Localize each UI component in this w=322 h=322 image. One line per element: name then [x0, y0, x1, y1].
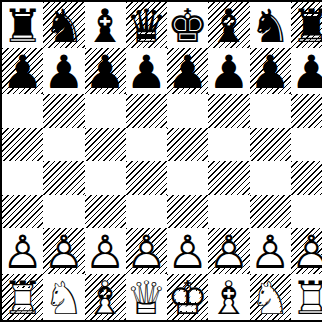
white-rook[interactable]: ♖ — [291, 275, 322, 321]
square-b3[interactable] — [43, 195, 84, 229]
black-knight[interactable]: ♞ — [43, 3, 84, 49]
black-pawn[interactable]: ♟ — [2, 49, 43, 95]
black-pawn[interactable]: ♟ — [208, 49, 249, 95]
square-e5[interactable] — [167, 128, 208, 162]
square-b4[interactable] — [43, 161, 84, 195]
black-rook[interactable]: ♜ — [291, 3, 322, 49]
square-e4[interactable] — [167, 161, 208, 195]
black-pawn[interactable]: ♟ — [250, 49, 291, 95]
square-b7[interactable]: ♟ — [43, 48, 84, 94]
square-e3[interactable] — [167, 195, 208, 229]
black-pawn[interactable]: ♟ — [126, 49, 167, 95]
white-pawn[interactable]: ♙ — [250, 229, 291, 275]
white-pawn[interactable]: ♙ — [2, 229, 43, 275]
black-rook[interactable]: ♜ — [2, 3, 43, 49]
square-e2[interactable]: ♙ — [167, 228, 208, 274]
square-a8[interactable]: ♜ — [2, 2, 43, 48]
square-c8[interactable]: ♝ — [85, 2, 126, 48]
square-d7[interactable]: ♟ — [126, 48, 167, 94]
square-f8[interactable]: ♝ — [208, 2, 249, 48]
white-pawn[interactable]: ♙ — [43, 229, 84, 275]
square-c4[interactable] — [85, 161, 126, 195]
black-queen[interactable]: ♛ — [126, 3, 167, 49]
black-pawn[interactable]: ♟ — [43, 49, 84, 95]
black-pawn[interactable]: ♟ — [167, 49, 208, 95]
square-a6[interactable] — [2, 94, 43, 128]
square-b2[interactable]: ♙ — [43, 228, 84, 274]
white-queen[interactable]: ♕ — [126, 275, 167, 321]
square-d6[interactable] — [126, 94, 167, 128]
square-d2[interactable]: ♙ — [126, 228, 167, 274]
square-g8[interactable]: ♞ — [250, 2, 291, 48]
square-c7[interactable]: ♟ — [85, 48, 126, 94]
square-b5[interactable] — [43, 128, 84, 162]
square-g7[interactable]: ♟ — [250, 48, 291, 94]
square-f6[interactable] — [208, 94, 249, 128]
square-c6[interactable] — [85, 94, 126, 128]
black-bishop[interactable]: ♝ — [208, 3, 249, 49]
square-b8[interactable]: ♞ — [43, 2, 84, 48]
square-g5[interactable] — [250, 128, 291, 162]
white-bishop[interactable]: ♗ — [208, 275, 249, 321]
square-b6[interactable] — [43, 94, 84, 128]
square-a1[interactable]: ♖ — [2, 274, 43, 320]
white-pawn[interactable]: ♙ — [291, 229, 322, 275]
white-knight[interactable]: ♘ — [43, 275, 84, 321]
square-e1[interactable]: ♔ — [167, 274, 208, 320]
square-f1[interactable]: ♗ — [208, 274, 249, 320]
square-g2[interactable]: ♙ — [250, 228, 291, 274]
square-h4[interactable] — [291, 161, 322, 195]
white-bishop[interactable]: ♗ — [85, 275, 126, 321]
square-f3[interactable] — [208, 195, 249, 229]
white-king[interactable]: ♔ — [167, 275, 208, 321]
black-king[interactable]: ♚ — [167, 3, 208, 49]
chess-board: ♜♞♝♛♚♝♞♜♟♟♟♟♟♟♟♟♙♙♙♙♙♙♙♙♖♘♗♕♔♗♘♖ — [0, 0, 322, 322]
black-bishop[interactable]: ♝ — [85, 3, 126, 49]
square-a7[interactable]: ♟ — [2, 48, 43, 94]
square-f4[interactable] — [208, 161, 249, 195]
square-d3[interactable] — [126, 195, 167, 229]
square-f7[interactable]: ♟ — [208, 48, 249, 94]
square-a3[interactable] — [2, 195, 43, 229]
square-h5[interactable] — [291, 128, 322, 162]
white-rook[interactable]: ♖ — [2, 275, 43, 321]
white-pawn[interactable]: ♙ — [208, 229, 249, 275]
square-e8[interactable]: ♚ — [167, 2, 208, 48]
square-h1[interactable]: ♖ — [291, 274, 322, 320]
square-g4[interactable] — [250, 161, 291, 195]
square-f2[interactable]: ♙ — [208, 228, 249, 274]
square-e6[interactable] — [167, 94, 208, 128]
square-c1[interactable]: ♗ — [85, 274, 126, 320]
square-e7[interactable]: ♟ — [167, 48, 208, 94]
square-g3[interactable] — [250, 195, 291, 229]
square-h2[interactable]: ♙ — [291, 228, 322, 274]
square-g6[interactable] — [250, 94, 291, 128]
square-d5[interactable] — [126, 128, 167, 162]
white-knight[interactable]: ♘ — [250, 275, 291, 321]
square-h6[interactable] — [291, 94, 322, 128]
square-f5[interactable] — [208, 128, 249, 162]
white-pawn[interactable]: ♙ — [167, 229, 208, 275]
square-c2[interactable]: ♙ — [85, 228, 126, 274]
white-pawn[interactable]: ♙ — [126, 229, 167, 275]
square-h3[interactable] — [291, 195, 322, 229]
square-g1[interactable]: ♘ — [250, 274, 291, 320]
square-a5[interactable] — [2, 128, 43, 162]
black-pawn[interactable]: ♟ — [85, 49, 126, 95]
black-knight[interactable]: ♞ — [250, 3, 291, 49]
square-c5[interactable] — [85, 128, 126, 162]
square-a4[interactable] — [2, 161, 43, 195]
square-d4[interactable] — [126, 161, 167, 195]
square-a2[interactable]: ♙ — [2, 228, 43, 274]
square-h8[interactable]: ♜ — [291, 2, 322, 48]
square-h7[interactable]: ♟ — [291, 48, 322, 94]
black-pawn[interactable]: ♟ — [291, 49, 322, 95]
square-b1[interactable]: ♘ — [43, 274, 84, 320]
square-d1[interactable]: ♕ — [126, 274, 167, 320]
white-pawn[interactable]: ♙ — [85, 229, 126, 275]
square-c3[interactable] — [85, 195, 126, 229]
square-d8[interactable]: ♛ — [126, 2, 167, 48]
